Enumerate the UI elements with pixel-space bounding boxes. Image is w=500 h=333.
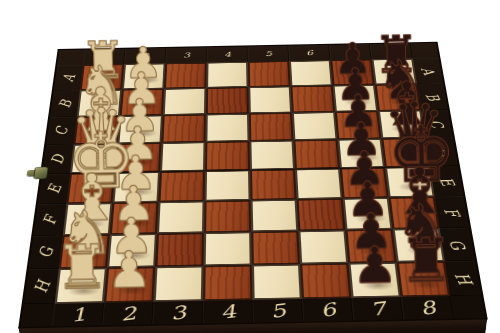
square-h7[interactable]: ♟ [348,262,401,298]
rank-label-near-3: 3 [152,301,203,325]
square-e4[interactable] [205,170,251,201]
square-b5[interactable] [248,86,292,113]
square-b4[interactable] [206,87,249,114]
brass-clasp [26,166,48,181]
file-label-left-H: H [24,269,59,305]
square-a6[interactable] [289,60,332,86]
square-g6[interactable] [298,230,348,264]
square-g3[interactable] [155,233,204,267]
square-f3[interactable] [157,201,205,234]
square-h8[interactable]: ♜ [397,261,451,297]
square-e3[interactable] [159,171,205,202]
square-a4[interactable] [206,62,248,88]
square-h6[interactable] [300,263,351,299]
frame-corner [450,295,485,318]
chess-board: 12345678A♜♟♟♜AB♞♟♟♞BC♝♟♟♝CD♛♟♟♛DE♚♟♟♚EF♝… [21,43,486,327]
square-b6[interactable] [291,85,335,112]
square-f6[interactable] [297,198,346,230]
black-pawn[interactable]: ♟ [350,244,400,288]
square-d4[interactable] [205,141,250,171]
photo-background: 12345678A♜♟♟♜AB♞♟♟♞BC♝♟♟♝CD♛♟♟♛DE♚♟♟♚EF♝… [0,0,500,333]
square-c3[interactable] [161,114,205,142]
square-h1[interactable]: ♜ [55,268,107,304]
rank-label-near-5: 5 [252,299,303,323]
rank-label-near-4: 4 [203,300,253,324]
white-pawn[interactable]: ♟ [104,249,154,293]
square-a3[interactable] [164,63,207,89]
square-d6[interactable] [293,139,340,169]
rank-label-near-2: 2 [102,302,153,326]
square-g5[interactable] [251,231,300,265]
square-f4[interactable] [204,200,251,233]
square-h3[interactable] [154,266,204,302]
rank-label-far-4: 4 [207,46,248,62]
black-rook[interactable]: ♜ [399,235,449,287]
square-b3[interactable] [163,88,206,115]
rank-label-far-5: 5 [248,46,290,62]
square-d3[interactable] [160,142,205,172]
square-e6[interactable] [295,168,343,199]
white-rook[interactable]: ♜ [55,241,105,293]
square-h5[interactable] [252,264,302,300]
square-g4[interactable] [204,232,252,266]
rank-label-far-3: 3 [165,47,206,63]
square-f5[interactable] [251,199,299,232]
rank-label-near-8: 8 [401,296,454,319]
square-d5[interactable] [249,140,295,170]
square-c5[interactable] [249,113,294,141]
square-a5[interactable] [248,61,291,87]
rank-label-far-6: 6 [288,45,330,61]
rank-label-near-1: 1 [52,303,104,327]
square-h2[interactable]: ♟ [104,267,155,303]
frame-corner [21,304,55,327]
clasp-plate [34,167,48,178]
square-c6[interactable] [292,112,337,140]
rank-label-near-6: 6 [302,298,353,321]
square-e5[interactable] [250,169,297,200]
square-h4[interactable] [203,265,252,301]
rank-label-near-7: 7 [351,297,403,320]
square-c4[interactable] [205,114,249,142]
